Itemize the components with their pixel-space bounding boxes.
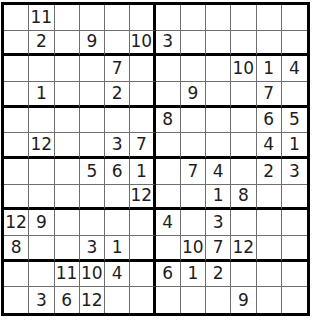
cell-r8c11[interactable] xyxy=(257,185,282,211)
cell-r5c6[interactable] xyxy=(130,108,155,134)
cell-r6c8[interactable] xyxy=(181,133,206,159)
cell-r10c3[interactable] xyxy=(55,236,80,262)
cell-r10c12[interactable] xyxy=(282,236,307,262)
cell-r11c3: 11 xyxy=(55,262,80,288)
cell-r12c4: 12 xyxy=(80,287,105,313)
cell-r6c3[interactable] xyxy=(55,133,80,159)
cell-r9c5[interactable] xyxy=(105,210,130,236)
cell-r7c4: 5 xyxy=(80,159,105,185)
cell-r3c2[interactable] xyxy=(29,56,54,82)
cell-r1c10[interactable] xyxy=(231,5,256,31)
cell-r2c8[interactable] xyxy=(181,31,206,57)
cell-r5c1[interactable] xyxy=(4,108,29,134)
cell-r7c8: 7 xyxy=(181,159,206,185)
cell-r10c4: 3 xyxy=(80,236,105,262)
cell-r11c8: 1 xyxy=(181,262,206,288)
cell-r1c9[interactable] xyxy=(206,5,231,31)
cell-r11c5: 4 xyxy=(105,262,130,288)
cell-r3c9[interactable] xyxy=(206,56,231,82)
cell-r2c11[interactable] xyxy=(257,31,282,57)
cell-r5c7: 8 xyxy=(156,108,181,134)
cell-r7c11: 2 xyxy=(257,159,282,185)
cell-r2c10[interactable] xyxy=(231,31,256,57)
cell-r10c7[interactable] xyxy=(156,236,181,262)
cell-r10c6[interactable] xyxy=(130,236,155,262)
cell-r9c7: 4 xyxy=(156,210,181,236)
cell-r3c7[interactable] xyxy=(156,56,181,82)
cell-r10c9: 7 xyxy=(206,236,231,262)
cell-r12c3: 6 xyxy=(55,287,80,313)
cell-r8c10: 8 xyxy=(231,185,256,211)
cell-r6c4[interactable] xyxy=(80,133,105,159)
cell-r9c1: 12 xyxy=(4,210,29,236)
cell-r3c4[interactable] xyxy=(80,56,105,82)
cell-r5c4[interactable] xyxy=(80,108,105,134)
cell-r5c5[interactable] xyxy=(105,108,130,134)
cell-r1c4[interactable] xyxy=(80,5,105,31)
cell-r3c10: 10 xyxy=(231,56,256,82)
cell-r5c9[interactable] xyxy=(206,108,231,134)
cell-r4c12[interactable] xyxy=(282,82,307,108)
cell-r11c12[interactable] xyxy=(282,262,307,288)
cell-r12c8[interactable] xyxy=(181,287,206,313)
sudoku-board: 1129103710141297865123741561742312181294… xyxy=(1,2,310,316)
cell-r7c2[interactable] xyxy=(29,159,54,185)
cell-r5c3[interactable] xyxy=(55,108,80,134)
cell-r6c6: 7 xyxy=(130,133,155,159)
cell-r4c5: 2 xyxy=(105,82,130,108)
cell-r8c4[interactable] xyxy=(80,185,105,211)
cell-r1c12[interactable] xyxy=(282,5,307,31)
cell-r11c6[interactable] xyxy=(130,262,155,288)
cell-r4c7[interactable] xyxy=(156,82,181,108)
cell-r7c1[interactable] xyxy=(4,159,29,185)
cell-r2c4: 9 xyxy=(80,31,105,57)
cell-r10c1: 8 xyxy=(4,236,29,262)
cell-r9c9: 3 xyxy=(206,210,231,236)
cell-r3c3[interactable] xyxy=(55,56,80,82)
cell-r4c10[interactable] xyxy=(231,82,256,108)
cell-r8c7[interactable] xyxy=(156,185,181,211)
cell-r7c9: 4 xyxy=(206,159,231,185)
cell-r4c4[interactable] xyxy=(80,82,105,108)
cell-r3c5: 7 xyxy=(105,56,130,82)
cell-r10c11[interactable] xyxy=(257,236,282,262)
cell-r5c12: 5 xyxy=(282,108,307,134)
cell-r7c12: 3 xyxy=(282,159,307,185)
cell-r1c8[interactable] xyxy=(181,5,206,31)
cell-r6c1[interactable] xyxy=(4,133,29,159)
cell-r12c12[interactable] xyxy=(282,287,307,313)
cell-r6c11: 4 xyxy=(257,133,282,159)
cell-r12c7[interactable] xyxy=(156,287,181,313)
cell-r8c6: 12 xyxy=(130,185,155,211)
cell-r7c10[interactable] xyxy=(231,159,256,185)
cell-r9c6[interactable] xyxy=(130,210,155,236)
cell-r4c11: 7 xyxy=(257,82,282,108)
cell-r6c12: 1 xyxy=(282,133,307,159)
cell-r3c11: 1 xyxy=(257,56,282,82)
cell-r11c10[interactable] xyxy=(231,262,256,288)
cell-r7c5: 6 xyxy=(105,159,130,185)
cell-r2c2: 2 xyxy=(29,31,54,57)
cell-r3c12: 4 xyxy=(282,56,307,82)
cell-r10c5: 1 xyxy=(105,236,130,262)
cell-r4c2: 1 xyxy=(29,82,54,108)
cell-r3c1[interactable] xyxy=(4,56,29,82)
cell-r11c11[interactable] xyxy=(257,262,282,288)
cell-r2c12[interactable] xyxy=(282,31,307,57)
cell-r9c4[interactable] xyxy=(80,210,105,236)
cell-r4c9[interactable] xyxy=(206,82,231,108)
cell-r6c9[interactable] xyxy=(206,133,231,159)
cell-r2c5[interactable] xyxy=(105,31,130,57)
cell-r5c10[interactable] xyxy=(231,108,256,134)
cell-r9c10[interactable] xyxy=(231,210,256,236)
cell-r8c5[interactable] xyxy=(105,185,130,211)
cell-r9c2: 9 xyxy=(29,210,54,236)
cell-r11c4: 10 xyxy=(80,262,105,288)
cell-r12c5[interactable] xyxy=(105,287,130,313)
cell-r12c1[interactable] xyxy=(4,287,29,313)
cell-r4c6[interactable] xyxy=(130,82,155,108)
cell-r11c2[interactable] xyxy=(29,262,54,288)
cell-r12c10: 9 xyxy=(231,287,256,313)
cell-r4c8: 9 xyxy=(181,82,206,108)
cell-r8c1[interactable] xyxy=(4,185,29,211)
cell-r11c7: 6 xyxy=(156,262,181,288)
cell-r9c3[interactable] xyxy=(55,210,80,236)
cell-r12c9[interactable] xyxy=(206,287,231,313)
cell-r2c1[interactable] xyxy=(4,31,29,57)
cell-r2c3[interactable] xyxy=(55,31,80,57)
cell-r1c1[interactable] xyxy=(4,5,29,31)
cell-r5c2[interactable] xyxy=(29,108,54,134)
cell-r8c9: 1 xyxy=(206,185,231,211)
cell-r5c8[interactable] xyxy=(181,108,206,134)
cell-r9c11[interactable] xyxy=(257,210,282,236)
cell-r8c3[interactable] xyxy=(55,185,80,211)
cell-r10c8: 10 xyxy=(181,236,206,262)
cell-r11c9: 2 xyxy=(206,262,231,288)
cell-r12c2: 3 xyxy=(29,287,54,313)
cell-r5c11: 6 xyxy=(257,108,282,134)
cell-r1c3[interactable] xyxy=(55,5,80,31)
cell-r6c2: 12 xyxy=(29,133,54,159)
cell-r8c8[interactable] xyxy=(181,185,206,211)
cell-r3c6[interactable] xyxy=(130,56,155,82)
cell-r1c6[interactable] xyxy=(130,5,155,31)
cell-r10c10: 12 xyxy=(231,236,256,262)
cell-r8c12[interactable] xyxy=(282,185,307,211)
cell-r1c2: 11 xyxy=(29,5,54,31)
cell-r2c7: 3 xyxy=(156,31,181,57)
cell-r8c2[interactable] xyxy=(29,185,54,211)
cell-r12c6[interactable] xyxy=(130,287,155,313)
cell-r9c12[interactable] xyxy=(282,210,307,236)
cell-r2c6: 10 xyxy=(130,31,155,57)
cell-r1c7[interactable] xyxy=(156,5,181,31)
cell-r7c6: 1 xyxy=(130,159,155,185)
cell-r3c8[interactable] xyxy=(181,56,206,82)
cell-r7c3[interactable] xyxy=(55,159,80,185)
cell-r1c5[interactable] xyxy=(105,5,130,31)
cell-r12c11[interactable] xyxy=(257,287,282,313)
cell-r6c10[interactable] xyxy=(231,133,256,159)
cell-r1c11[interactable] xyxy=(257,5,282,31)
cell-r7c7[interactable] xyxy=(156,159,181,185)
cell-r10c2[interactable] xyxy=(29,236,54,262)
cell-r9c8[interactable] xyxy=(181,210,206,236)
cell-r2c9[interactable] xyxy=(206,31,231,57)
cell-r6c5: 3 xyxy=(105,133,130,159)
cell-r4c3[interactable] xyxy=(55,82,80,108)
cell-r11c1[interactable] xyxy=(4,262,29,288)
cell-r4c1[interactable] xyxy=(4,82,29,108)
cell-r6c7[interactable] xyxy=(156,133,181,159)
